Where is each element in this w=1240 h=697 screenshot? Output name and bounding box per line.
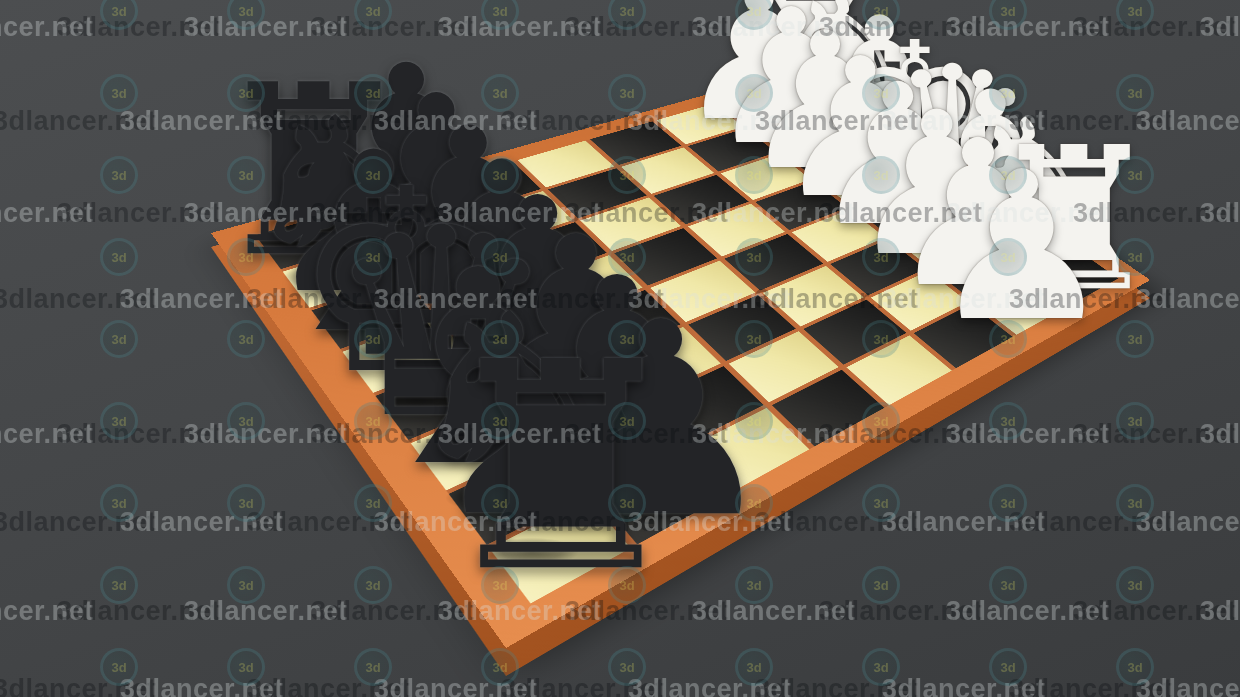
watermark-3d-badge: 3d xyxy=(100,566,138,604)
watermark-text: 3dlancer.net xyxy=(1073,419,1237,450)
watermark-3d-badge: 3d xyxy=(227,484,265,522)
watermark-text: 3dlancer.net xyxy=(57,198,221,229)
scene: ♜♟♞♟♝♟♚♟♛♟♟♝♜♟♟♞♟♞♜♟♟♝♟♚♟♛♟♝♟♞♟♜ 3dlance… xyxy=(0,0,1240,697)
watermark-3d-badge: 3d xyxy=(989,74,1027,112)
watermark-text: 3dlancer.net xyxy=(57,419,221,450)
watermark-text: 3dlancer.net xyxy=(57,596,221,627)
watermark-text: 3dlancer.net xyxy=(882,674,1046,697)
watermark-text: 3dlancer.net xyxy=(1200,12,1240,43)
watermark-text: 3dlancer.net xyxy=(946,419,1110,450)
watermark-text: 3dlancer.net xyxy=(374,674,538,697)
watermark-3d-badge: 3d xyxy=(100,0,138,30)
watermark-3d-badge: 3d xyxy=(227,156,265,194)
watermark-3d-badge: 3d xyxy=(1116,402,1154,440)
watermark-text: 3dlancer.net xyxy=(819,12,983,43)
watermark-text: 3dlancer.net xyxy=(1073,198,1237,229)
watermark-3d-badge: 3d xyxy=(1116,74,1154,112)
watermark-text: 3dlancer.net xyxy=(946,596,1110,627)
watermark-text: 3dlancer.net xyxy=(1200,419,1240,450)
watermark-text: 3dlancer.net xyxy=(692,596,856,627)
watermark-3d-badge: 3d xyxy=(481,74,519,112)
watermark-3d-badge: 3d xyxy=(735,566,773,604)
watermark-3d-badge: 3d xyxy=(989,402,1027,440)
watermark-3d-badge: 3d xyxy=(989,484,1027,522)
watermark-text: 3dlancer.net xyxy=(565,12,729,43)
watermark-text: 3dlancer.net xyxy=(184,419,348,450)
watermark-text: 3dlancer.net xyxy=(57,12,221,43)
watermark-text: 3dlancer.net xyxy=(0,596,94,627)
watermark-text: 3dlancer.net xyxy=(311,596,475,627)
watermark-3d-badge: 3d xyxy=(862,648,900,686)
watermark-3d-badge: 3d xyxy=(227,402,265,440)
watermark-text: 3dlancer.net xyxy=(755,674,919,697)
watermark-3d-badge: 3d xyxy=(227,74,265,112)
watermark-text: 3dlancer.net xyxy=(628,674,792,697)
watermark-text: 3dlancer.net xyxy=(247,507,411,538)
watermark-3d-badge: 3d xyxy=(608,0,646,30)
watermark-3d-badge: 3d xyxy=(227,566,265,604)
watermark-text: 3dlancer.net xyxy=(0,198,94,229)
watermark-text: 3dlancer.net xyxy=(438,12,602,43)
watermark-text: 3dlancer.net xyxy=(1136,507,1240,538)
watermark-3d-badge: 3d xyxy=(1116,566,1154,604)
watermark-3d-badge: 3d xyxy=(1116,320,1154,358)
watermark-3d-badge: 3d xyxy=(735,0,773,30)
watermark-3d-badge: 3d xyxy=(100,484,138,522)
watermark-3d-badge: 3d xyxy=(1116,0,1154,30)
watermark-text: 3dlancer.net xyxy=(374,106,538,137)
watermark-text: 3dlancer.net xyxy=(882,507,1046,538)
watermark-text: 3dlancer.net xyxy=(0,106,157,137)
watermark-3d-badge: 3d xyxy=(227,648,265,686)
watermark-3d-badge: 3d xyxy=(354,648,392,686)
watermark-text: 3dlancer.net xyxy=(501,674,665,697)
watermark-3d-badge: 3d xyxy=(608,74,646,112)
watermark-3d-badge: 3d xyxy=(989,648,1027,686)
watermark-text: 3dlancer.net xyxy=(311,12,475,43)
watermark-3d-badge: 3d xyxy=(100,156,138,194)
board-grid xyxy=(255,72,1118,603)
watermark-text: 3dlancer.net xyxy=(247,106,411,137)
watermark-3d-badge: 3d xyxy=(354,0,392,30)
watermark-3d-badge: 3d xyxy=(608,648,646,686)
watermark-3d-badge: 3d xyxy=(989,0,1027,30)
watermark-text: 3dlancer.net xyxy=(247,674,411,697)
watermark-3d-badge: 3d xyxy=(100,320,138,358)
watermark-text: 3dlancer.net xyxy=(1136,106,1240,137)
watermark-text: 3dlancer.net xyxy=(1073,596,1237,627)
watermark-text: 3dlancer.net xyxy=(0,674,157,697)
watermark-text: 3dlancer.net xyxy=(1073,12,1237,43)
watermark-text: 3dlancer.net xyxy=(184,12,348,43)
watermark-3d-badge: 3d xyxy=(481,0,519,30)
watermark-text: 3dlancer.net xyxy=(0,507,157,538)
watermark-text: 3dlancer.net xyxy=(120,674,284,697)
watermark-text: 3dlancer.net xyxy=(946,12,1110,43)
watermark-3d-badge: 3d xyxy=(989,566,1027,604)
watermark-3d-badge: 3d xyxy=(1116,648,1154,686)
watermark-text: 3dlancer.net xyxy=(1009,507,1173,538)
watermark-3d-badge: 3d xyxy=(227,320,265,358)
watermark-3d-badge: 3d xyxy=(100,74,138,112)
watermark-text: 3dlancer.net xyxy=(1136,674,1240,697)
watermark-3d-badge: 3d xyxy=(100,648,138,686)
watermark-text: 3dlancer.net xyxy=(1200,198,1240,229)
watermark-3d-badge: 3d xyxy=(1116,156,1154,194)
watermark-3d-badge: 3d xyxy=(227,0,265,30)
watermark-text: 3dlancer.net xyxy=(0,419,94,450)
watermark-3d-badge: 3d xyxy=(862,566,900,604)
watermark-text: 3dlancer.net xyxy=(1009,106,1173,137)
watermark-text: 3dlancer.net xyxy=(1136,284,1240,315)
watermark-text: 3dlancer.net xyxy=(1200,596,1240,627)
watermark-text: 3dlancer.net xyxy=(1009,674,1173,697)
watermark-3d-badge: 3d xyxy=(862,484,900,522)
watermark-text: 3dlancer.net xyxy=(120,507,284,538)
watermark-text: 3dlancer.net xyxy=(184,596,348,627)
watermark-3d-badge: 3d xyxy=(354,566,392,604)
watermark-3d-badge: 3d xyxy=(735,648,773,686)
watermark-text: 3dlancer.net xyxy=(0,284,157,315)
watermark-3d-badge: 3d xyxy=(354,74,392,112)
watermark-3d-badge: 3d xyxy=(100,238,138,276)
watermark-3d-badge: 3d xyxy=(862,0,900,30)
watermark-text: 3dlancer.net xyxy=(692,12,856,43)
watermark-3d-badge: 3d xyxy=(1116,484,1154,522)
watermark-3d-badge: 3d xyxy=(100,402,138,440)
watermark-text: 3dlancer.net xyxy=(819,596,983,627)
watermark-text: 3dlancer.net xyxy=(0,12,94,43)
watermark-text: 3dlancer.net xyxy=(120,106,284,137)
